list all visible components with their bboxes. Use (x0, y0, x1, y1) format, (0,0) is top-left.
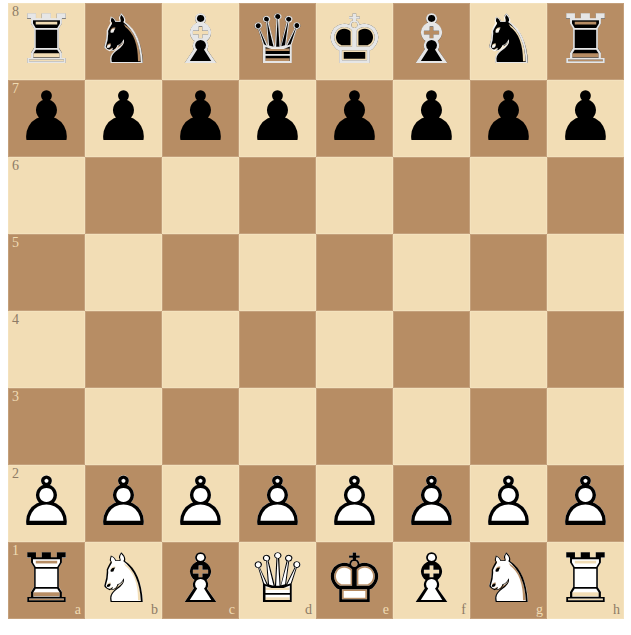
piece-glyph: ♘ (85, 3, 162, 80)
square-c8[interactable]: ♝♗ (162, 3, 239, 80)
square-g2[interactable]: ♟♙ (470, 465, 547, 542)
square-d7[interactable]: ♟ (239, 80, 316, 157)
square-b6[interactable] (85, 157, 162, 234)
piece-black-knight[interactable]: ♞♘ (470, 3, 547, 80)
piece-white-bishop[interactable]: ♝♗ (162, 542, 239, 619)
square-e3[interactable] (316, 388, 393, 465)
square-e6[interactable] (316, 157, 393, 234)
square-b7[interactable]: ♟ (85, 80, 162, 157)
square-g1[interactable]: g♞♘ (470, 542, 547, 619)
piece-glyph: ♟ (316, 80, 393, 157)
square-d8[interactable]: ♛♕ (239, 3, 316, 80)
piece-glyph: ♗ (393, 542, 470, 619)
piece-glyph: ♙ (393, 465, 470, 542)
piece-white-pawn[interactable]: ♟♙ (547, 465, 624, 542)
piece-black-pawn[interactable]: ♟ (547, 80, 624, 157)
square-g6[interactable] (470, 157, 547, 234)
piece-white-pawn[interactable]: ♟♙ (316, 465, 393, 542)
square-b2[interactable]: ♟♙ (85, 465, 162, 542)
piece-black-knight[interactable]: ♞♘ (85, 3, 162, 80)
piece-white-rook[interactable]: ♜♖ (8, 542, 85, 619)
square-f7[interactable]: ♟ (393, 80, 470, 157)
piece-glyph: ♙ (316, 465, 393, 542)
square-d4[interactable] (239, 311, 316, 388)
square-g5[interactable] (470, 234, 547, 311)
piece-white-pawn[interactable]: ♟♙ (8, 465, 85, 542)
piece-glyph: ♘ (85, 542, 162, 619)
square-f2[interactable]: ♟♙ (393, 465, 470, 542)
square-a5[interactable]: 5 (8, 234, 85, 311)
piece-glyph: ♗ (162, 3, 239, 80)
piece-white-pawn[interactable]: ♟♙ (162, 465, 239, 542)
square-h7[interactable]: ♟ (547, 80, 624, 157)
square-h2[interactable]: ♟♙ (547, 465, 624, 542)
square-b8[interactable]: ♞♘ (85, 3, 162, 80)
square-c6[interactable] (162, 157, 239, 234)
piece-white-pawn[interactable]: ♟♙ (85, 465, 162, 542)
piece-glyph: ♟ (547, 80, 624, 157)
piece-black-king[interactable]: ♚♔ (316, 3, 393, 80)
square-a1[interactable]: 1a♜♖ (8, 542, 85, 619)
piece-white-pawn[interactable]: ♟♙ (470, 465, 547, 542)
piece-white-king[interactable]: ♚♔ (316, 542, 393, 619)
piece-glyph: ♟ (8, 80, 85, 157)
square-h3[interactable] (547, 388, 624, 465)
piece-black-pawn[interactable]: ♟ (8, 80, 85, 157)
rank-label-5: 5 (12, 236, 19, 250)
square-c7[interactable]: ♟ (162, 80, 239, 157)
square-a8[interactable]: 8♜♖ (8, 3, 85, 80)
square-f6[interactable] (393, 157, 470, 234)
square-f4[interactable] (393, 311, 470, 388)
square-b3[interactable] (85, 388, 162, 465)
rank-label-6: 6 (12, 159, 19, 173)
square-e8[interactable]: ♚♔ (316, 3, 393, 80)
piece-black-pawn[interactable]: ♟ (470, 80, 547, 157)
piece-black-pawn[interactable]: ♟ (162, 80, 239, 157)
piece-glyph: ♔ (316, 3, 393, 80)
square-h1[interactable]: h♜♖ (547, 542, 624, 619)
piece-white-knight[interactable]: ♞♘ (85, 542, 162, 619)
piece-black-rook[interactable]: ♜♖ (547, 3, 624, 80)
square-a4[interactable]: 4 (8, 311, 85, 388)
piece-black-pawn[interactable]: ♟ (239, 80, 316, 157)
square-d1[interactable]: d♛♕ (239, 542, 316, 619)
piece-glyph: ♟ (470, 80, 547, 157)
piece-glyph: ♟ (393, 80, 470, 157)
chess-board: 8♜♖♞♘♝♗♛♕♚♔♝♗♞♘♜♖7♟♟♟♟♟♟♟♟65432♟♙♟♙♟♙♟♙♟… (8, 3, 624, 619)
rank-label-3: 3 (12, 390, 19, 404)
piece-glyph: ♖ (8, 542, 85, 619)
piece-glyph: ♙ (470, 465, 547, 542)
square-f5[interactable] (393, 234, 470, 311)
square-c5[interactable] (162, 234, 239, 311)
square-c2[interactable]: ♟♙ (162, 465, 239, 542)
piece-glyph: ♕ (239, 3, 316, 80)
rank-label-4: 4 (12, 313, 19, 327)
piece-white-queen[interactable]: ♛♕ (239, 542, 316, 619)
piece-glyph: ♘ (470, 3, 547, 80)
piece-black-pawn[interactable]: ♟ (316, 80, 393, 157)
square-a6[interactable]: 6 (8, 157, 85, 234)
piece-white-pawn[interactable]: ♟♙ (239, 465, 316, 542)
square-g7[interactable]: ♟ (470, 80, 547, 157)
piece-black-queen[interactable]: ♛♕ (239, 3, 316, 80)
square-d2[interactable]: ♟♙ (239, 465, 316, 542)
square-h8[interactable]: ♜♖ (547, 3, 624, 80)
square-b1[interactable]: b♞♘ (85, 542, 162, 619)
piece-glyph: ♟ (239, 80, 316, 157)
square-g4[interactable] (470, 311, 547, 388)
piece-glyph: ♘ (470, 542, 547, 619)
piece-glyph: ♖ (547, 542, 624, 619)
piece-glyph: ♖ (547, 3, 624, 80)
square-g3[interactable] (470, 388, 547, 465)
square-e1[interactable]: e♚♔ (316, 542, 393, 619)
piece-white-pawn[interactable]: ♟♙ (393, 465, 470, 542)
piece-glyph: ♗ (162, 542, 239, 619)
square-d3[interactable] (239, 388, 316, 465)
square-e5[interactable] (316, 234, 393, 311)
square-a3[interactable]: 3 (8, 388, 85, 465)
piece-glyph: ♗ (393, 3, 470, 80)
square-h5[interactable] (547, 234, 624, 311)
square-a7[interactable]: 7♟ (8, 80, 85, 157)
piece-glyph: ♖ (8, 3, 85, 80)
square-e2[interactable]: ♟♙ (316, 465, 393, 542)
piece-black-rook[interactable]: ♜♖ (8, 3, 85, 80)
square-c3[interactable] (162, 388, 239, 465)
piece-glyph: ♔ (316, 542, 393, 619)
square-h6[interactable] (547, 157, 624, 234)
square-c1[interactable]: c♝♗ (162, 542, 239, 619)
piece-glyph: ♙ (85, 465, 162, 542)
square-b5[interactable] (85, 234, 162, 311)
square-e7[interactable]: ♟ (316, 80, 393, 157)
piece-white-rook[interactable]: ♜♖ (547, 542, 624, 619)
square-f1[interactable]: f♝♗ (393, 542, 470, 619)
square-c4[interactable] (162, 311, 239, 388)
square-f3[interactable] (393, 388, 470, 465)
square-f8[interactable]: ♝♗ (393, 3, 470, 80)
piece-black-pawn[interactable]: ♟ (393, 80, 470, 157)
square-h4[interactable] (547, 311, 624, 388)
square-e4[interactable] (316, 311, 393, 388)
piece-glyph: ♙ (239, 465, 316, 542)
square-d6[interactable] (239, 157, 316, 234)
piece-glyph: ♙ (162, 465, 239, 542)
page: 8♜♖♞♘♝♗♛♕♚♔♝♗♞♘♜♖7♟♟♟♟♟♟♟♟65432♟♙♟♙♟♙♟♙♟… (0, 0, 631, 635)
piece-glyph: ♙ (547, 465, 624, 542)
piece-glyph: ♕ (239, 542, 316, 619)
square-d5[interactable] (239, 234, 316, 311)
square-b4[interactable] (85, 311, 162, 388)
square-a2[interactable]: 2♟♙ (8, 465, 85, 542)
piece-black-bishop[interactable]: ♝♗ (162, 3, 239, 80)
piece-white-knight[interactable]: ♞♘ (470, 542, 547, 619)
square-g8[interactable]: ♞♘ (470, 3, 547, 80)
piece-glyph: ♙ (8, 465, 85, 542)
piece-black-bishop[interactable]: ♝♗ (393, 3, 470, 80)
piece-white-bishop[interactable]: ♝♗ (393, 542, 470, 619)
piece-glyph: ♟ (85, 80, 162, 157)
piece-black-pawn[interactable]: ♟ (85, 80, 162, 157)
piece-glyph: ♟ (162, 80, 239, 157)
